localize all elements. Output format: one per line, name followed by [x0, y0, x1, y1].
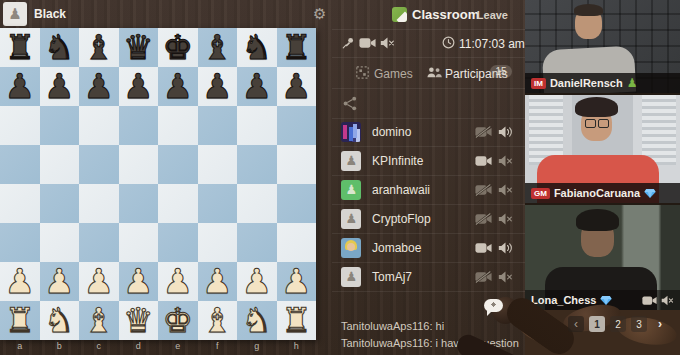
- square-a7[interactable]: ♟: [0, 67, 40, 106]
- black-pawn[interactable]: ♟: [84, 67, 114, 106]
- square-h4[interactable]: [277, 184, 317, 223]
- glasses: [585, 119, 609, 126]
- square-b5[interactable]: [40, 145, 80, 184]
- white-pawn[interactable]: ♟: [202, 262, 232, 301]
- participant-avatar: [341, 122, 361, 142]
- black-knight[interactable]: ♞: [242, 28, 272, 67]
- participant-name: domino: [372, 125, 411, 139]
- square-f8[interactable]: ♝: [198, 28, 238, 67]
- participant-row-kpinfinite[interactable]: KPInfinite: [332, 147, 525, 176]
- square-c4[interactable]: [79, 184, 119, 223]
- white-knight[interactable]: ♞: [242, 301, 272, 340]
- camera-off-icon[interactable]: [475, 271, 492, 283]
- audio-muted-icon[interactable]: [661, 295, 674, 306]
- participant-avatar: [341, 151, 361, 171]
- leave-button[interactable]: Leave: [477, 9, 508, 21]
- audio-on-icon[interactable]: [498, 126, 513, 138]
- square-f7[interactable]: ♟: [198, 67, 238, 106]
- file-label-g: g: [237, 341, 277, 351]
- square-e2[interactable]: ♟: [158, 262, 198, 301]
- square-c6[interactable]: [79, 106, 119, 145]
- chat-bubble-icon[interactable]: [484, 299, 503, 312]
- white-queen[interactable]: ♛: [123, 301, 153, 340]
- file-label-d: d: [119, 341, 159, 351]
- square-e4[interactable]: [158, 184, 198, 223]
- square-g2[interactable]: ♟: [237, 262, 277, 301]
- classroom-header: Classroom Leave: [332, 0, 525, 30]
- square-f3[interactable]: [198, 223, 238, 262]
- participant-count-badge: 15: [490, 65, 512, 78]
- camera-on-icon[interactable]: [475, 242, 492, 254]
- square-b4[interactable]: [40, 184, 80, 223]
- participant-avatar: [341, 209, 361, 229]
- pagination-prev-button[interactable]: ‹: [568, 316, 584, 332]
- white-knight[interactable]: ♞: [44, 301, 74, 340]
- pointer-pin-icon[interactable]: [342, 36, 355, 49]
- square-g1[interactable]: ♞: [237, 301, 277, 340]
- square-h2[interactable]: ♟: [277, 262, 317, 301]
- pagination-page-3[interactable]: 3: [631, 316, 647, 332]
- square-h7[interactable]: ♟: [277, 67, 317, 106]
- square-e6[interactable]: [158, 106, 198, 145]
- video-username: Lona_Chess: [531, 294, 596, 306]
- pagination-page-2[interactable]: 2: [610, 316, 626, 332]
- file-label-a: a: [0, 341, 40, 351]
- square-g5[interactable]: [237, 145, 277, 184]
- square-d5[interactable]: [119, 145, 159, 184]
- square-a1[interactable]: ♜: [0, 301, 40, 340]
- square-b6[interactable]: [40, 106, 80, 145]
- square-g7[interactable]: ♟: [237, 67, 277, 106]
- square-d6[interactable]: [119, 106, 159, 145]
- square-f2[interactable]: ♟: [198, 262, 238, 301]
- black-pawn[interactable]: ♟: [5, 67, 35, 106]
- participant-name: aranhawaii: [372, 183, 430, 197]
- participant-avatar: [341, 180, 361, 200]
- white-king[interactable]: ♚: [163, 301, 193, 340]
- file-label-h: h: [277, 341, 317, 351]
- square-c2[interactable]: ♟: [79, 262, 119, 301]
- square-c3[interactable]: [79, 223, 119, 262]
- video-feed-danielrensch[interactable]: IM DanielRensch ♟: [525, 0, 680, 93]
- participant-row-domino[interactable]: domino: [332, 118, 525, 147]
- black-queen[interactable]: ♛: [123, 28, 153, 67]
- white-pawn[interactable]: ♟: [44, 262, 74, 301]
- square-f5[interactable]: [198, 145, 238, 184]
- board-file-labels: abcdefgh: [0, 341, 316, 351]
- square-g4[interactable]: [237, 184, 277, 223]
- white-rook[interactable]: ♜: [281, 301, 311, 340]
- share-icon[interactable]: [343, 96, 357, 111]
- clock-icon: [442, 36, 455, 49]
- black-rook[interactable]: ♜: [5, 28, 35, 67]
- participant-row-aranhawaii[interactable]: aranhawaii: [332, 176, 525, 205]
- file-label-f: f: [198, 341, 238, 351]
- black-pawn[interactable]: ♟: [281, 67, 311, 106]
- square-b8[interactable]: ♞: [40, 28, 80, 67]
- square-c8[interactable]: ♝: [79, 28, 119, 67]
- tools-row: 11:07:03 am: [332, 29, 525, 58]
- square-d4[interactable]: [119, 184, 159, 223]
- audio-muted-icon[interactable]: [498, 155, 513, 167]
- classroom-logo-icon: [392, 7, 407, 22]
- file-label-e: e: [158, 341, 198, 351]
- camera-on-icon[interactable]: [475, 155, 492, 167]
- board-topbar: ♟ Black ⚙: [0, 0, 332, 28]
- square-a3[interactable]: [0, 223, 40, 262]
- square-a8[interactable]: ♜: [0, 28, 40, 67]
- black-pawn[interactable]: ♟: [242, 67, 272, 106]
- pawn-avatar-icon: ♟: [8, 2, 21, 26]
- white-pawn[interactable]: ♟: [5, 262, 35, 301]
- square-c7[interactable]: ♟: [79, 67, 119, 106]
- participant-avatar: [341, 267, 361, 287]
- pagination-next-button[interactable]: ›: [652, 316, 668, 332]
- square-e7[interactable]: ♟: [158, 67, 198, 106]
- video-label: IM DanielRensch ♟: [525, 73, 680, 93]
- white-pawn[interactable]: ♟: [242, 262, 272, 301]
- video-pagination: ‹ 123 ›: [568, 316, 668, 332]
- square-f6[interactable]: [198, 106, 238, 145]
- black-bishop[interactable]: ♝: [202, 28, 232, 67]
- square-a5[interactable]: [0, 145, 40, 184]
- white-bishop[interactable]: ♝: [202, 301, 232, 340]
- camera-on-icon[interactable]: [642, 295, 657, 306]
- person-hair: [574, 4, 603, 16]
- video-label: GM FabianoCaruana: [525, 183, 680, 203]
- chat-message: TanitoluwaAps116: hi: [341, 320, 444, 332]
- square-d1[interactable]: ♛: [119, 301, 159, 340]
- audio-muted-icon[interactable]: [498, 271, 513, 283]
- black-pawn[interactable]: ♟: [44, 67, 74, 106]
- square-b3[interactable]: [40, 223, 80, 262]
- square-a2[interactable]: ♟: [0, 262, 40, 301]
- classroom-app: ♟ Black ⚙ ♜♞♝♛♚♝♞♜♟♟♟♟♟♟♟♟♟♟♟♟♟♟♟♟♜♞♝♛♚♝…: [0, 0, 680, 355]
- tab-games[interactable]: Games: [374, 67, 413, 81]
- square-h6[interactable]: [277, 106, 317, 145]
- player-name-label: Black: [34, 7, 66, 21]
- games-tab-icon[interactable]: [356, 66, 369, 79]
- tabs-row: Games Participants 15: [332, 57, 525, 89]
- title-badge: IM: [531, 78, 546, 89]
- square-b2[interactable]: ♟: [40, 262, 80, 301]
- camera-off-icon[interactable]: [475, 213, 492, 225]
- video-username: DanielRensch: [550, 77, 623, 89]
- participant-avatar: [341, 238, 361, 258]
- participant-name: Jomaboe: [372, 241, 421, 255]
- white-bishop[interactable]: ♝: [84, 301, 114, 340]
- square-e1[interactable]: ♚: [158, 301, 198, 340]
- square-g6[interactable]: [237, 106, 277, 145]
- participant-row-tomaj7[interactable]: TomAj7: [332, 263, 525, 292]
- title-badge: GM: [531, 188, 550, 199]
- green-pawn-icon: ♟: [627, 77, 638, 89]
- square-a4[interactable]: [0, 184, 40, 223]
- board-column: ♟ Black ⚙ ♜♞♝♛♚♝♞♜♟♟♟♟♟♟♟♟♟♟♟♟♟♟♟♟♜♞♝♛♚♝…: [0, 0, 332, 355]
- my-audio-muted-icon[interactable]: [380, 37, 395, 49]
- camera-off-icon[interactable]: [475, 126, 492, 138]
- my-camera-icon[interactable]: [359, 37, 376, 49]
- participants-tab-icon[interactable]: [427, 66, 442, 79]
- audio-muted-icon[interactable]: [498, 213, 513, 225]
- video-feed-lonachess[interactable]: Lona_Chess: [525, 205, 680, 310]
- participant-row-jomaboe[interactable]: Jomaboe: [332, 234, 525, 263]
- square-b7[interactable]: ♟: [40, 67, 80, 106]
- black-rook[interactable]: ♜: [281, 28, 311, 67]
- square-e3[interactable]: [158, 223, 198, 262]
- participant-name: KPInfinite: [372, 154, 423, 168]
- square-d2[interactable]: ♟: [119, 262, 159, 301]
- participant-list: domino KPInfinite aranhawaii CryptoFlop …: [332, 118, 525, 292]
- square-f4[interactable]: [198, 184, 238, 223]
- black-bishop[interactable]: ♝: [84, 28, 114, 67]
- black-knight[interactable]: ♞: [44, 28, 74, 67]
- file-label-c: c: [79, 341, 119, 351]
- diamond-membership-icon: [644, 188, 656, 199]
- square-d8[interactable]: ♛: [119, 28, 159, 67]
- white-pawn[interactable]: ♟: [281, 262, 311, 301]
- black-player-avatar: ♟: [3, 2, 27, 26]
- square-f1[interactable]: ♝: [198, 301, 238, 340]
- square-h1[interactable]: ♜: [277, 301, 317, 340]
- square-a6[interactable]: [0, 106, 40, 145]
- camera-off-icon[interactable]: [475, 184, 492, 196]
- white-pawn[interactable]: ♟: [163, 262, 193, 301]
- video-username: FabianoCaruana: [554, 187, 640, 199]
- square-c5[interactable]: [79, 145, 119, 184]
- black-king[interactable]: ♚: [163, 28, 193, 67]
- black-pawn[interactable]: ♟: [202, 67, 232, 106]
- square-b1[interactable]: ♞: [40, 301, 80, 340]
- participant-row-cryptoflop[interactable]: CryptoFlop: [332, 205, 525, 234]
- square-c1[interactable]: ♝: [79, 301, 119, 340]
- white-pawn[interactable]: ♟: [84, 262, 114, 301]
- square-e5[interactable]: [158, 145, 198, 184]
- video-feed-fabianocaruana[interactable]: GM FabianoCaruana: [525, 95, 680, 203]
- square-d7[interactable]: ♟: [119, 67, 159, 106]
- white-pawn[interactable]: ♟: [123, 262, 153, 301]
- audio-on-icon[interactable]: [498, 242, 513, 254]
- video-column: IM DanielRensch ♟ GM FabianoCaruana: [525, 0, 680, 355]
- square-g3[interactable]: [237, 223, 277, 262]
- classroom-title: Classroom: [412, 7, 479, 22]
- black-pawn[interactable]: ♟: [123, 67, 153, 106]
- square-h8[interactable]: ♜: [277, 28, 317, 67]
- chess-board[interactable]: ♜♞♝♛♚♝♞♜♟♟♟♟♟♟♟♟♟♟♟♟♟♟♟♟♜♞♝♛♚♝♞♜: [0, 28, 316, 340]
- file-label-b: b: [40, 341, 80, 351]
- participant-name: CryptoFlop: [372, 212, 431, 226]
- window-blinds: [642, 95, 676, 165]
- square-d3[interactable]: [119, 223, 159, 262]
- black-pawn[interactable]: ♟: [163, 67, 193, 106]
- square-g8[interactable]: ♞: [237, 28, 277, 67]
- session-time: 11:07:03 am: [459, 37, 525, 51]
- person-hair: [575, 97, 618, 117]
- square-e8[interactable]: ♚: [158, 28, 198, 67]
- square-h3[interactable]: [277, 223, 317, 262]
- board-settings-gear-icon[interactable]: ⚙: [313, 5, 326, 23]
- audio-muted-icon[interactable]: [498, 184, 513, 196]
- share-row: [332, 88, 525, 119]
- white-rook[interactable]: ♜: [5, 301, 35, 340]
- square-h5[interactable]: [277, 145, 317, 184]
- pagination-page-1[interactable]: 1: [589, 316, 605, 332]
- participant-name: TomAj7: [372, 270, 412, 284]
